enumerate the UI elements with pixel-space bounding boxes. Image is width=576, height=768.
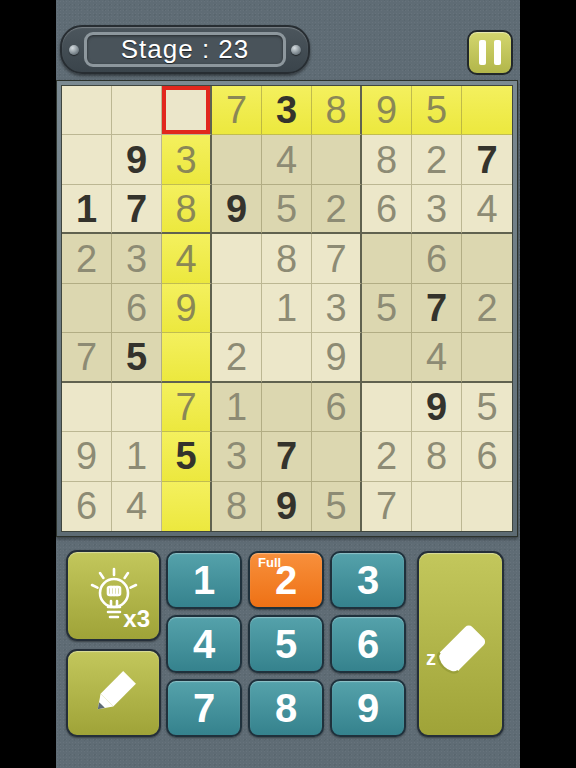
rivet-icon [69, 45, 79, 55]
pencil-button[interactable] [66, 649, 161, 737]
stage-plaque-panel: Stage : 23 [84, 32, 286, 67]
cell-r5c3[interactable]: 9 [162, 284, 212, 333]
full-badge: Full [258, 555, 281, 570]
cell-r5c4[interactable] [212, 284, 262, 333]
pause-icon [494, 40, 501, 65]
cell-r3c7[interactable]: 6 [362, 185, 412, 234]
cell-r1c2[interactable] [112, 86, 162, 135]
cell-r4c1[interactable]: 2 [62, 234, 112, 283]
cell-r4c9[interactable] [462, 234, 512, 283]
cell-r7c1[interactable] [62, 383, 112, 432]
cell-r7c8[interactable]: 9 [412, 383, 462, 432]
number-button-1[interactable]: 1 [166, 551, 242, 609]
cell-r9c9[interactable] [462, 482, 512, 531]
eraser-button[interactable]: z [417, 551, 504, 737]
cell-r1c8[interactable]: 5 [412, 86, 462, 135]
cell-r8c5[interactable]: 7 [262, 432, 312, 481]
cell-r3c8[interactable]: 3 [412, 185, 462, 234]
cell-r3c2[interactable]: 7 [112, 185, 162, 234]
cell-r7c3[interactable]: 7 [162, 383, 212, 432]
cell-r7c2[interactable] [112, 383, 162, 432]
cell-r5c7[interactable]: 5 [362, 284, 412, 333]
cell-r9c7[interactable]: 7 [362, 482, 412, 531]
number-label: 9 [357, 686, 379, 731]
cell-r1c4[interactable]: 7 [212, 86, 262, 135]
cell-r8c6[interactable] [312, 432, 362, 481]
cell-r2c9[interactable]: 7 [462, 135, 512, 184]
cell-r6c7[interactable] [362, 333, 412, 382]
cell-r2c1[interactable] [62, 135, 112, 184]
cell-r2c4[interactable] [212, 135, 262, 184]
number-label: 8 [275, 686, 297, 731]
number-keypad: 1Full23456789 [166, 551, 406, 737]
cell-r1c1[interactable] [62, 86, 112, 135]
cell-r8c3[interactable]: 5 [162, 432, 212, 481]
cell-r3c1[interactable]: 1 [62, 185, 112, 234]
cell-r2c3[interactable]: 3 [162, 135, 212, 184]
cell-r7c4[interactable]: 1 [212, 383, 262, 432]
cell-r6c8[interactable]: 4 [412, 333, 462, 382]
number-label: 7 [193, 686, 215, 731]
number-button-8[interactable]: 8 [248, 679, 324, 737]
number-button-7[interactable]: 7 [166, 679, 242, 737]
number-button-6[interactable]: 6 [330, 615, 406, 673]
cell-r1c9[interactable] [462, 86, 512, 135]
number-button-5[interactable]: 5 [248, 615, 324, 673]
pencil-icon [79, 658, 149, 728]
cell-r6c6[interactable]: 9 [312, 333, 362, 382]
cell-r1c5[interactable]: 3 [262, 86, 312, 135]
cell-r5c1[interactable] [62, 284, 112, 333]
cell-r9c5[interactable]: 9 [262, 482, 312, 531]
cell-r2c6[interactable] [312, 135, 362, 184]
cell-r2c5[interactable]: 4 [262, 135, 312, 184]
number-label: 4 [193, 622, 215, 667]
cell-r3c3[interactable]: 8 [162, 185, 212, 234]
cell-r8c8[interactable]: 8 [412, 432, 462, 481]
cell-r7c6[interactable]: 6 [312, 383, 362, 432]
cell-r8c7[interactable]: 2 [362, 432, 412, 481]
cell-r2c2[interactable]: 9 [112, 135, 162, 184]
number-button-4[interactable]: 4 [166, 615, 242, 673]
number-label: 1 [193, 558, 215, 603]
cell-r7c9[interactable]: 5 [462, 383, 512, 432]
cell-r8c1[interactable]: 9 [62, 432, 112, 481]
hint-button[interactable]: x3 [66, 550, 161, 641]
cell-r4c3[interactable]: 4 [162, 234, 212, 283]
cell-r3c6[interactable]: 2 [312, 185, 362, 234]
number-button-3[interactable]: 3 [330, 551, 406, 609]
cell-r6c2[interactable]: 5 [112, 333, 162, 382]
cell-r9c1[interactable]: 6 [62, 482, 112, 531]
cell-r5c9[interactable]: 2 [462, 284, 512, 333]
cell-r1c6[interactable]: 8 [312, 86, 362, 135]
cell-r4c6[interactable]: 7 [312, 234, 362, 283]
cell-r6c9[interactable] [462, 333, 512, 382]
cell-r4c4[interactable] [212, 234, 262, 283]
hint-count-label: x3 [123, 605, 150, 633]
cell-r4c5[interactable]: 8 [262, 234, 312, 283]
number-button-9[interactable]: 9 [330, 679, 406, 737]
eraser-icon: z [422, 589, 500, 699]
cell-r7c5[interactable] [262, 383, 312, 432]
cell-r5c5[interactable]: 1 [262, 284, 312, 333]
cell-r5c2[interactable]: 6 [112, 284, 162, 333]
cell-r8c4[interactable]: 3 [212, 432, 262, 481]
cell-r4c8[interactable]: 6 [412, 234, 462, 283]
cell-r9c6[interactable]: 5 [312, 482, 362, 531]
number-label: 5 [275, 622, 297, 667]
cell-r4c2[interactable]: 3 [112, 234, 162, 283]
pause-button[interactable] [467, 30, 513, 75]
cell-r3c9[interactable]: 4 [462, 185, 512, 234]
cell-r1c3[interactable] [162, 86, 212, 135]
cell-r7c7[interactable] [362, 383, 412, 432]
board-frame: 7389593482717895263423487669135727529471… [56, 80, 518, 537]
cell-r6c5[interactable] [262, 333, 312, 382]
cell-r2c7[interactable]: 8 [362, 135, 412, 184]
stage-label: Stage : 23 [121, 34, 250, 65]
cell-r4c7[interactable] [362, 234, 412, 283]
cell-r6c1[interactable]: 7 [62, 333, 112, 382]
svg-text:z: z [426, 647, 436, 669]
cell-r8c2[interactable]: 1 [112, 432, 162, 481]
cell-r8c9[interactable]: 6 [462, 432, 512, 481]
pause-icon [479, 40, 486, 65]
cell-r2c8[interactable]: 2 [412, 135, 462, 184]
cell-r6c4[interactable]: 2 [212, 333, 262, 382]
number-label: 3 [357, 558, 379, 603]
cell-r5c8[interactable]: 7 [412, 284, 462, 333]
cell-r6c3[interactable] [162, 333, 212, 382]
cell-r9c2[interactable]: 4 [112, 482, 162, 531]
cell-r9c3[interactable] [162, 482, 212, 531]
number-button-2[interactable]: Full2 [248, 551, 324, 609]
rivet-icon [291, 45, 301, 55]
cell-r1c7[interactable]: 9 [362, 86, 412, 135]
app-background: Stage : 23 73895934827178952634234876691… [56, 0, 520, 768]
cell-r3c4[interactable]: 9 [212, 185, 262, 234]
number-label: 6 [357, 622, 379, 667]
cell-r9c4[interactable]: 8 [212, 482, 262, 531]
cell-r9c8[interactable] [412, 482, 462, 531]
stage-plaque: Stage : 23 [60, 25, 310, 74]
cell-r5c6[interactable]: 3 [312, 284, 362, 333]
sudoku-grid: 7389593482717895263423487669135727529471… [61, 85, 513, 532]
cell-r3c5[interactable]: 5 [262, 185, 312, 234]
